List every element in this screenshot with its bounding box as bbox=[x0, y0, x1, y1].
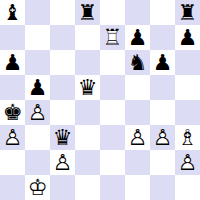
square-d8[interactable]: ♜︎ bbox=[75, 0, 100, 25]
square-a2[interactable] bbox=[0, 150, 25, 175]
square-d5[interactable]: ♛︎ bbox=[75, 75, 100, 100]
square-a7[interactable] bbox=[0, 25, 25, 50]
black-pawn-piece: ♟︎ bbox=[25, 75, 50, 100]
black-bishop-piece: ♝︎ bbox=[0, 0, 25, 25]
square-c5[interactable] bbox=[50, 75, 75, 100]
white-pawn-piece: ♙︎ bbox=[25, 100, 50, 125]
square-d6[interactable] bbox=[75, 50, 100, 75]
white-bishop-piece-fill: ♝︎ bbox=[175, 125, 200, 150]
square-b8[interactable] bbox=[25, 0, 50, 25]
white-pawn-piece: ♙︎ bbox=[175, 150, 200, 175]
black-knight-piece: ♞︎ bbox=[125, 50, 150, 75]
white-rook-piece-fill: ♜︎ bbox=[100, 25, 125, 50]
black-rook-piece: ♜︎ bbox=[175, 0, 200, 25]
white-pawn-piece-fill: ♟︎ bbox=[25, 100, 50, 125]
square-h3[interactable]: ♝︎♗︎ bbox=[175, 125, 200, 150]
square-g8[interactable] bbox=[150, 0, 175, 25]
square-a1[interactable] bbox=[0, 175, 25, 200]
square-b1[interactable]: ♚︎♔︎ bbox=[25, 175, 50, 200]
square-c4[interactable] bbox=[50, 100, 75, 125]
white-pawn-piece: ♙︎ bbox=[0, 125, 25, 150]
white-pawn-piece-fill: ♟︎ bbox=[50, 150, 75, 175]
square-d1[interactable] bbox=[75, 175, 100, 200]
black-queen-piece: ♛︎ bbox=[75, 75, 100, 100]
square-h8[interactable]: ♜︎ bbox=[175, 0, 200, 25]
black-king-piece: ♚︎ bbox=[0, 100, 25, 125]
square-f2[interactable] bbox=[125, 150, 150, 175]
square-b6[interactable] bbox=[25, 50, 50, 75]
square-e8[interactable] bbox=[100, 0, 125, 25]
black-pawn-piece: ♟︎ bbox=[175, 25, 200, 50]
white-rook-piece: ♖︎ bbox=[100, 25, 125, 50]
square-g3[interactable]: ♟︎♙︎ bbox=[150, 125, 175, 150]
white-pawn-piece: ♙︎ bbox=[150, 125, 175, 150]
square-e3[interactable] bbox=[100, 125, 125, 150]
square-b3[interactable] bbox=[25, 125, 50, 150]
square-d2[interactable] bbox=[75, 150, 100, 175]
square-f1[interactable] bbox=[125, 175, 150, 200]
black-pawn-piece: ♟︎ bbox=[0, 50, 25, 75]
square-a3[interactable]: ♟︎♙︎ bbox=[0, 125, 25, 150]
square-a6[interactable]: ♟︎ bbox=[0, 50, 25, 75]
white-pawn-piece-fill: ♟︎ bbox=[125, 125, 150, 150]
square-h1[interactable] bbox=[175, 175, 200, 200]
square-e2[interactable] bbox=[100, 150, 125, 175]
square-c8[interactable] bbox=[50, 0, 75, 25]
square-h6[interactable] bbox=[175, 50, 200, 75]
square-f4[interactable] bbox=[125, 100, 150, 125]
square-b5[interactable]: ♟︎ bbox=[25, 75, 50, 100]
square-h2[interactable]: ♟︎♙︎ bbox=[175, 150, 200, 175]
chess-board: ♝︎♜︎♜︎♜︎♖︎♟︎♟︎♟︎♞︎♟︎♟︎♛︎♚︎♟︎♙︎♟︎♙︎♛︎♟︎♙︎… bbox=[0, 0, 200, 200]
square-a4[interactable]: ♚︎ bbox=[0, 100, 25, 125]
square-g6[interactable]: ♟︎ bbox=[150, 50, 175, 75]
white-king-piece: ♔︎ bbox=[25, 175, 50, 200]
square-g1[interactable] bbox=[150, 175, 175, 200]
square-a5[interactable] bbox=[0, 75, 25, 100]
square-b2[interactable] bbox=[25, 150, 50, 175]
white-pawn-piece-fill: ♟︎ bbox=[175, 150, 200, 175]
square-g4[interactable] bbox=[150, 100, 175, 125]
square-c6[interactable] bbox=[50, 50, 75, 75]
white-king-piece-fill: ♚︎ bbox=[25, 175, 50, 200]
white-pawn-piece-fill: ♟︎ bbox=[0, 125, 25, 150]
square-e7[interactable]: ♜︎♖︎ bbox=[100, 25, 125, 50]
square-f7[interactable]: ♟︎ bbox=[125, 25, 150, 50]
square-f3[interactable]: ♟︎♙︎ bbox=[125, 125, 150, 150]
square-c1[interactable] bbox=[50, 175, 75, 200]
square-d7[interactable] bbox=[75, 25, 100, 50]
square-e6[interactable] bbox=[100, 50, 125, 75]
square-d4[interactable] bbox=[75, 100, 100, 125]
black-pawn-piece: ♟︎ bbox=[125, 25, 150, 50]
black-rook-piece: ♜︎ bbox=[75, 0, 100, 25]
square-h4[interactable] bbox=[175, 100, 200, 125]
square-g7[interactable] bbox=[150, 25, 175, 50]
square-e4[interactable] bbox=[100, 100, 125, 125]
square-f8[interactable] bbox=[125, 0, 150, 25]
square-e5[interactable] bbox=[100, 75, 125, 100]
square-d3[interactable] bbox=[75, 125, 100, 150]
black-queen-piece: ♛︎ bbox=[50, 125, 75, 150]
square-e1[interactable] bbox=[100, 175, 125, 200]
square-b4[interactable]: ♟︎♙︎ bbox=[25, 100, 50, 125]
square-a8[interactable]: ♝︎ bbox=[0, 0, 25, 25]
square-h5[interactable] bbox=[175, 75, 200, 100]
square-c3[interactable]: ♛︎ bbox=[50, 125, 75, 150]
square-g5[interactable] bbox=[150, 75, 175, 100]
square-c2[interactable]: ♟︎♙︎ bbox=[50, 150, 75, 175]
white-pawn-piece: ♙︎ bbox=[125, 125, 150, 150]
white-pawn-piece: ♙︎ bbox=[50, 150, 75, 175]
square-c7[interactable] bbox=[50, 25, 75, 50]
black-pawn-piece: ♟︎ bbox=[150, 50, 175, 75]
square-f5[interactable] bbox=[125, 75, 150, 100]
square-f6[interactable]: ♞︎ bbox=[125, 50, 150, 75]
white-bishop-piece: ♗︎ bbox=[175, 125, 200, 150]
square-g2[interactable] bbox=[150, 150, 175, 175]
square-b7[interactable] bbox=[25, 25, 50, 50]
square-h7[interactable]: ♟︎ bbox=[175, 25, 200, 50]
white-pawn-piece-fill: ♟︎ bbox=[150, 125, 175, 150]
